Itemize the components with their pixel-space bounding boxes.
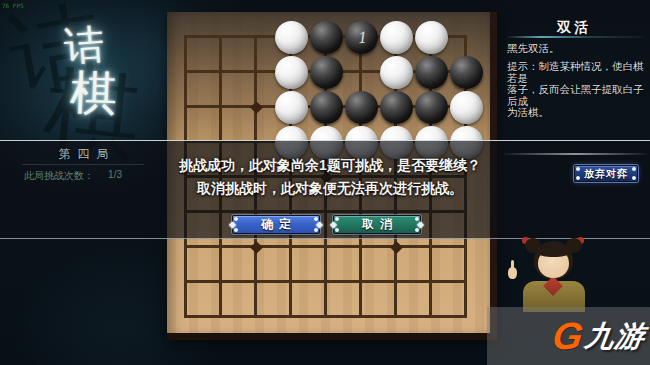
black-stone <box>310 91 343 124</box>
jiuyou-watermark: G 九游 <box>487 307 650 365</box>
round-label: 第四局 <box>0 146 167 163</box>
white-stone <box>450 91 483 124</box>
confirm-button-label: 确定 <box>255 216 297 233</box>
dialog-line-1: 挑战成功，此对象尚余1题可挑战，是否要继续？ <box>167 154 493 177</box>
calligraphy-char-qi: 棋 <box>69 61 118 126</box>
black-stone <box>345 91 378 124</box>
dialog-line-2: 取消挑战时，此对象便无法再次进行挑战。 <box>167 177 493 200</box>
hint-line-3: 为活棋。 <box>507 107 650 119</box>
black-stone: 1 <box>345 21 378 54</box>
npc-girl-avatar <box>502 237 608 312</box>
bangs <box>537 245 570 257</box>
white-stone <box>275 56 308 89</box>
attempts-counter: 此局挑战次数： 1/3 <box>24 169 122 183</box>
game-screen: 76 FPS 诘 棋 诘 棋 1 挑战成功，此对象尚余1题可挑战，是否要继续？ … <box>0 0 650 365</box>
hint-line-1: 提示：制造某种情况，使白棋若是 <box>507 61 650 84</box>
cancel-button[interactable]: 取消 <box>333 215 421 234</box>
puzzle-type-title: 双活 <box>500 19 648 37</box>
black-stone <box>415 56 448 89</box>
white-stone <box>275 91 308 124</box>
puzzle-task-text: 黑先双活。 <box>507 42 560 56</box>
forfeit-game-button[interactable]: 放弃对弈 <box>574 165 638 182</box>
attempts-value: 1/3 <box>108 169 122 183</box>
black-stone <box>310 21 343 54</box>
confirm-button[interactable]: 确定 <box>232 215 320 234</box>
forfeit-button-label: 放弃对弈 <box>584 167 628 181</box>
jiuyou-logo-text: 九游 <box>583 322 647 351</box>
white-stone <box>380 56 413 89</box>
black-stone <box>380 91 413 124</box>
puzzle-title-calligraphy: 诘 棋 诘 棋 <box>18 4 148 154</box>
puzzle-hint-text: 提示：制造某种情况，使白棋若是 落子，反而会让黑子提取白子后成 为活棋。 <box>507 61 650 119</box>
white-stone <box>275 21 308 54</box>
round-divider <box>22 164 144 165</box>
hint-line-2: 落子，反而会让黑子提取白子后成 <box>507 84 650 107</box>
attempts-label: 此局挑战次数： <box>24 169 94 183</box>
jiuyou-logo-icon: G <box>550 317 585 355</box>
dialog-message: 挑战成功，此对象尚余1题可挑战，是否要继续？ 取消挑战时，此对象便无法再次进行挑… <box>167 154 493 200</box>
panel-divider <box>504 153 647 155</box>
move-number-mark: 1 <box>343 19 379 55</box>
cancel-button-label: 取消 <box>356 216 398 233</box>
white-stone <box>415 21 448 54</box>
black-stone <box>310 56 343 89</box>
title-divider <box>507 36 645 38</box>
pointing-finger <box>511 260 514 269</box>
white-stone <box>380 21 413 54</box>
black-stone <box>450 56 483 89</box>
black-stone <box>415 91 448 124</box>
